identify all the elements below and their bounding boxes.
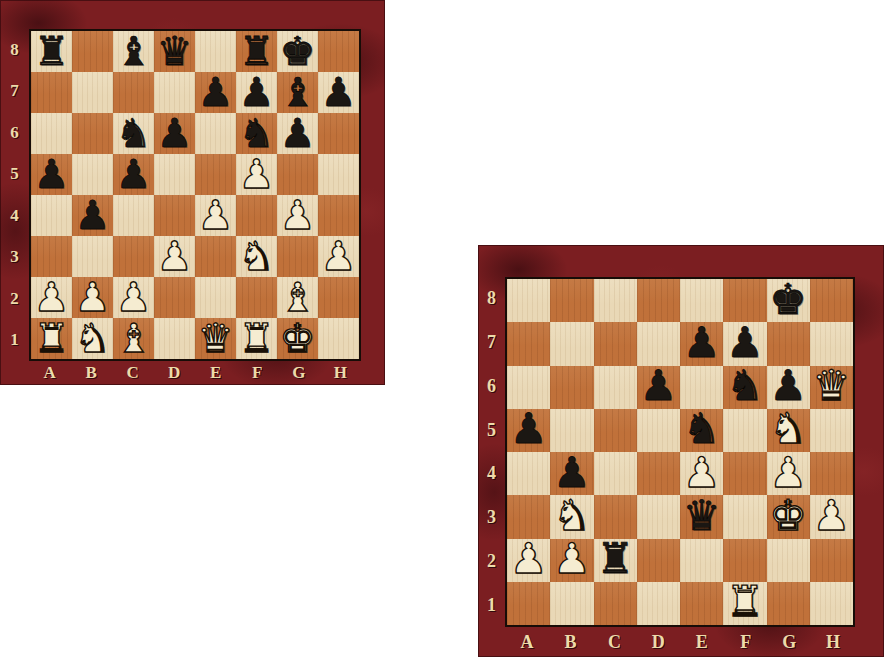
square-e5[interactable] (195, 154, 236, 195)
square-a7[interactable] (31, 72, 72, 113)
square-f8[interactable] (723, 279, 766, 322)
square-e8[interactable] (195, 31, 236, 72)
square-g8[interactable]: ♚ (277, 31, 318, 72)
white-pawn-icon[interactable]: ♟ (321, 236, 357, 276)
black-pawn-icon[interactable]: ♟ (510, 409, 548, 451)
square-d1[interactable] (637, 582, 680, 625)
square-b4[interactable]: ♟ (550, 452, 593, 495)
white-rook-icon[interactable]: ♜ (726, 582, 764, 624)
file-label-c: C (112, 361, 154, 385)
black-pawn-icon[interactable]: ♟ (640, 366, 678, 408)
black-king-icon[interactable]: ♚ (280, 31, 316, 71)
square-e5[interactable]: ♞ (680, 409, 723, 452)
square-f7[interactable]: ♟ (236, 72, 277, 113)
file-label-b: B (549, 627, 593, 657)
rank-label-1: 1 (478, 583, 505, 627)
square-b1[interactable] (550, 582, 593, 625)
square-e3[interactable] (195, 236, 236, 277)
square-d5[interactable] (637, 409, 680, 452)
rank-label-1: 1 (0, 320, 29, 362)
square-d3[interactable]: ♟ (154, 236, 195, 277)
square-a4[interactable] (507, 452, 550, 495)
rank-label-4: 4 (0, 195, 29, 237)
square-e2[interactable] (680, 539, 723, 582)
white-pawn-icon[interactable]: ♟ (157, 236, 193, 276)
square-f2[interactable] (723, 539, 766, 582)
square-d2[interactable] (637, 539, 680, 582)
square-g4[interactable]: ♟ (277, 195, 318, 236)
black-pawn-icon[interactable]: ♟ (726, 322, 764, 364)
square-a5[interactable]: ♟ (31, 154, 72, 195)
square-c4[interactable] (594, 452, 637, 495)
square-c2[interactable]: ♟ (113, 277, 154, 318)
square-a1[interactable] (507, 582, 550, 625)
square-e7[interactable]: ♟ (680, 322, 723, 365)
square-g5[interactable] (277, 154, 318, 195)
square-a3[interactable] (507, 495, 550, 538)
square-b5[interactable] (550, 409, 593, 452)
square-c5[interactable] (594, 409, 637, 452)
square-f1[interactable]: ♜ (723, 582, 766, 625)
rank-label-2: 2 (0, 278, 29, 320)
white-knight-icon[interactable]: ♞ (75, 318, 111, 358)
square-e2[interactable] (195, 277, 236, 318)
black-pawn-icon[interactable]: ♟ (553, 452, 591, 494)
file-label-h: H (320, 361, 362, 385)
square-d6[interactable]: ♟ (154, 113, 195, 154)
square-g1[interactable] (767, 582, 810, 625)
white-knight-icon[interactable]: ♞ (239, 236, 275, 276)
black-pawn-icon[interactable]: ♟ (157, 113, 193, 153)
rank-label-7: 7 (0, 71, 29, 113)
square-f3[interactable] (723, 495, 766, 538)
file-label-h: H (811, 627, 855, 657)
rank-label-8: 8 (478, 277, 505, 321)
black-pawn-icon[interactable]: ♟ (34, 154, 70, 194)
square-c8[interactable] (594, 279, 637, 322)
black-knight-icon[interactable]: ♞ (239, 113, 275, 153)
black-rook-icon[interactable]: ♜ (34, 31, 70, 71)
square-e6[interactable] (680, 366, 723, 409)
square-g4[interactable]: ♟ (767, 452, 810, 495)
white-pawn-icon[interactable]: ♟ (813, 495, 851, 537)
square-d5[interactable] (154, 154, 195, 195)
square-f6[interactable]: ♞ (236, 113, 277, 154)
rank-label-5: 5 (0, 154, 29, 196)
square-g3[interactable] (277, 236, 318, 277)
square-d6[interactable]: ♟ (637, 366, 680, 409)
square-b6[interactable] (550, 366, 593, 409)
file-label-d: D (154, 361, 196, 385)
black-knight-icon[interactable]: ♞ (116, 113, 152, 153)
square-g5[interactable]: ♞ (767, 409, 810, 452)
square-h7[interactable] (810, 322, 853, 365)
black-rook-icon[interactable]: ♜ (596, 539, 634, 581)
file-labels-board-1: ABCDEFGH (29, 361, 361, 385)
square-d1[interactable] (154, 318, 195, 359)
file-label-c: C (593, 627, 637, 657)
square-c1[interactable] (594, 582, 637, 625)
square-b6[interactable] (72, 113, 113, 154)
rank-labels-board-1: 87654321 (0, 29, 29, 361)
square-c3[interactable] (594, 495, 637, 538)
square-a2[interactable]: ♟ (507, 539, 550, 582)
file-labels-board-2: ABCDEFGH (505, 627, 855, 657)
white-queen-icon[interactable]: ♛ (198, 318, 234, 358)
square-e1[interactable] (680, 582, 723, 625)
square-a2[interactable]: ♟ (31, 277, 72, 318)
white-pawn-icon[interactable]: ♟ (280, 195, 316, 235)
rank-label-6: 6 (478, 365, 505, 409)
chess-board-1: 87654321 ABCDEFGH ♜♝♛♜♚♟♟♝♟♞♟♞♟♟♟♟♟♟♟♟♞♟… (0, 0, 385, 385)
square-b1[interactable]: ♞ (72, 318, 113, 359)
white-knight-icon[interactable]: ♞ (553, 495, 591, 537)
square-d8[interactable]: ♛ (154, 31, 195, 72)
square-c2[interactable]: ♜ (594, 539, 637, 582)
white-rook-icon[interactable]: ♜ (34, 318, 70, 358)
square-g3[interactable]: ♚ (767, 495, 810, 538)
black-queen-icon[interactable]: ♛ (157, 31, 193, 71)
rank-label-3: 3 (478, 496, 505, 540)
board-grid-2: ♚♟♟♟♞♟♛♟♞♞♟♟♟♞♛♚♟♟♟♜♜ (505, 277, 855, 627)
white-pawn-icon[interactable]: ♟ (510, 539, 548, 581)
square-f3[interactable]: ♞ (236, 236, 277, 277)
square-d2[interactable] (154, 277, 195, 318)
square-c4[interactable] (113, 195, 154, 236)
black-pawn-icon[interactable]: ♟ (75, 195, 111, 235)
square-f1[interactable]: ♜ (236, 318, 277, 359)
black-king-icon[interactable]: ♚ (769, 279, 807, 321)
black-knight-icon[interactable]: ♞ (726, 366, 764, 408)
square-e4[interactable]: ♟ (680, 452, 723, 495)
file-label-d: D (636, 627, 680, 657)
square-c7[interactable] (113, 72, 154, 113)
square-f4[interactable] (236, 195, 277, 236)
black-pawn-icon[interactable]: ♟ (280, 113, 316, 153)
square-h3[interactable]: ♟ (318, 236, 359, 277)
square-h4[interactable] (318, 195, 359, 236)
square-h1[interactable] (810, 582, 853, 625)
file-label-e: E (195, 361, 237, 385)
square-g7[interactable] (767, 322, 810, 365)
black-pawn-icon[interactable]: ♟ (321, 72, 357, 112)
white-king-icon[interactable]: ♚ (280, 318, 316, 358)
black-pawn-icon[interactable]: ♟ (769, 366, 807, 408)
square-e4[interactable]: ♟ (195, 195, 236, 236)
black-pawn-icon[interactable]: ♟ (198, 72, 234, 112)
white-pawn-icon[interactable]: ♟ (198, 195, 234, 235)
black-bishop-icon[interactable]: ♝ (116, 31, 152, 71)
black-rook-icon[interactable]: ♜ (239, 31, 275, 71)
square-h8[interactable] (810, 279, 853, 322)
file-label-g: G (278, 361, 320, 385)
square-f5[interactable] (723, 409, 766, 452)
square-b3[interactable]: ♞ (550, 495, 593, 538)
black-bishop-icon[interactable]: ♝ (280, 72, 316, 112)
white-rook-icon[interactable]: ♜ (239, 318, 275, 358)
square-h6[interactable]: ♛ (810, 366, 853, 409)
square-f7[interactable]: ♟ (723, 322, 766, 365)
square-e8[interactable] (680, 279, 723, 322)
square-a3[interactable] (31, 236, 72, 277)
square-b8[interactable] (550, 279, 593, 322)
white-pawn-icon[interactable]: ♟ (683, 452, 721, 494)
square-a1[interactable]: ♜ (31, 318, 72, 359)
square-h3[interactable]: ♟ (810, 495, 853, 538)
square-g7[interactable]: ♝ (277, 72, 318, 113)
square-h5[interactable] (810, 409, 853, 452)
black-pawn-icon[interactable]: ♟ (239, 72, 275, 112)
square-b2[interactable]: ♟ (72, 277, 113, 318)
white-pawn-icon[interactable]: ♟ (239, 154, 275, 194)
square-g6[interactable]: ♟ (767, 366, 810, 409)
black-pawn-icon[interactable]: ♟ (683, 322, 721, 364)
rank-label-8: 8 (0, 29, 29, 71)
file-label-f: F (724, 627, 768, 657)
square-e3[interactable]: ♛ (680, 495, 723, 538)
square-b4[interactable]: ♟ (72, 195, 113, 236)
rank-label-2: 2 (478, 540, 505, 584)
file-label-g: G (768, 627, 812, 657)
board-grid-1: ♜♝♛♜♚♟♟♝♟♞♟♞♟♟♟♟♟♟♟♟♞♟♟♟♟♝♜♞♝♛♜♚ (29, 29, 361, 361)
square-c3[interactable] (113, 236, 154, 277)
square-a6[interactable] (31, 113, 72, 154)
black-queen-icon[interactable]: ♛ (683, 495, 721, 537)
square-g2[interactable] (767, 539, 810, 582)
square-b7[interactable] (72, 72, 113, 113)
rank-label-7: 7 (478, 321, 505, 365)
square-g6[interactable]: ♟ (277, 113, 318, 154)
square-h8[interactable] (318, 31, 359, 72)
square-d4[interactable] (154, 195, 195, 236)
square-c7[interactable] (594, 322, 637, 365)
square-h6[interactable] (318, 113, 359, 154)
file-label-a: A (29, 361, 71, 385)
black-pawn-icon[interactable]: ♟ (116, 154, 152, 194)
square-f4[interactable] (723, 452, 766, 495)
square-c1[interactable]: ♝ (113, 318, 154, 359)
file-label-a: A (505, 627, 549, 657)
white-pawn-icon[interactable]: ♟ (553, 539, 591, 581)
square-c8[interactable]: ♝ (113, 31, 154, 72)
square-b7[interactable] (550, 322, 593, 365)
rank-label-6: 6 (0, 112, 29, 154)
square-f5[interactable]: ♟ (236, 154, 277, 195)
square-a8[interactable] (507, 279, 550, 322)
square-b5[interactable] (72, 154, 113, 195)
square-c6[interactable] (594, 366, 637, 409)
square-b2[interactable]: ♟ (550, 539, 593, 582)
square-h5[interactable] (318, 154, 359, 195)
square-h2[interactable] (810, 539, 853, 582)
square-b3[interactable] (72, 236, 113, 277)
white-knight-icon[interactable]: ♞ (769, 409, 807, 451)
square-h2[interactable] (318, 277, 359, 318)
square-f8[interactable]: ♜ (236, 31, 277, 72)
square-e1[interactable]: ♛ (195, 318, 236, 359)
square-d4[interactable] (637, 452, 680, 495)
square-a7[interactable] (507, 322, 550, 365)
square-g2[interactable]: ♝ (277, 277, 318, 318)
square-a4[interactable] (31, 195, 72, 236)
square-d8[interactable] (637, 279, 680, 322)
square-a6[interactable] (507, 366, 550, 409)
square-c6[interactable]: ♞ (113, 113, 154, 154)
square-a8[interactable]: ♜ (31, 31, 72, 72)
rank-label-3: 3 (0, 237, 29, 279)
square-f2[interactable] (236, 277, 277, 318)
square-e6[interactable] (195, 113, 236, 154)
chess-board-2: 87654321 ABCDEFGH ♚♟♟♟♞♟♛♟♞♞♟♟♟♞♛♚♟♟♟♜♜ (478, 245, 884, 657)
rank-label-4: 4 (478, 452, 505, 496)
white-pawn-icon[interactable]: ♟ (34, 277, 70, 317)
square-g1[interactable]: ♚ (277, 318, 318, 359)
square-h7[interactable]: ♟ (318, 72, 359, 113)
white-bishop-icon[interactable]: ♝ (116, 318, 152, 358)
white-bishop-icon[interactable]: ♝ (280, 277, 316, 317)
white-king-icon[interactable]: ♚ (769, 495, 807, 537)
page-canvas: 87654321 ABCDEFGH ♜♝♛♜♚♟♟♝♟♞♟♞♟♟♟♟♟♟♟♟♞♟… (0, 0, 884, 657)
file-label-b: B (71, 361, 113, 385)
white-queen-icon[interactable]: ♛ (813, 366, 851, 408)
square-a5[interactable]: ♟ (507, 409, 550, 452)
square-f6[interactable]: ♞ (723, 366, 766, 409)
square-h1[interactable] (318, 318, 359, 359)
file-label-f: F (237, 361, 279, 385)
square-b8[interactable] (72, 31, 113, 72)
rank-label-5: 5 (478, 408, 505, 452)
square-c5[interactable]: ♟ (113, 154, 154, 195)
white-pawn-icon[interactable]: ♟ (769, 452, 807, 494)
square-e7[interactable]: ♟ (195, 72, 236, 113)
white-pawn-icon[interactable]: ♟ (75, 277, 111, 317)
square-h4[interactable] (810, 452, 853, 495)
white-pawn-icon[interactable]: ♟ (116, 277, 152, 317)
black-knight-icon[interactable]: ♞ (683, 409, 721, 451)
square-d7[interactable] (154, 72, 195, 113)
rank-labels-board-2: 87654321 (478, 277, 505, 627)
square-g8[interactable]: ♚ (767, 279, 810, 322)
square-d3[interactable] (637, 495, 680, 538)
square-d7[interactable] (637, 322, 680, 365)
file-label-e: E (680, 627, 724, 657)
